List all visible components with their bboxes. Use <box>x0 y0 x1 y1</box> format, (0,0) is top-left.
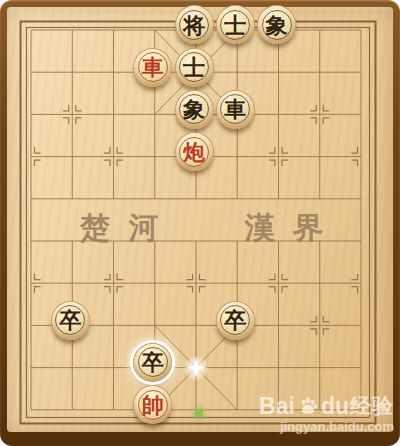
baidu-watermark: Bai du 经验 jingyan.baidu.com <box>259 394 394 434</box>
piece-glyph: 車 <box>224 98 246 120</box>
piece-red-general[interactable]: 帥 <box>133 385 172 424</box>
piece-glyph: 炮 <box>183 141 205 163</box>
board-cell: 将 <box>175 9 216 51</box>
piece-black-advisor[interactable]: 士 <box>175 48 214 87</box>
piece-glyph: 士 <box>183 56 205 78</box>
piece-black-soldier[interactable]: 卒 <box>133 343 172 382</box>
baidu-logo-text-right: du <box>321 394 349 418</box>
piece-black-soldier[interactable]: 卒 <box>216 301 255 340</box>
baidu-jingyan-text: 经验 <box>350 395 394 417</box>
piece-glyph: 卒 <box>224 309 246 331</box>
move-target-sparkle-icon[interactable] <box>182 354 210 382</box>
piece-red-cannon[interactable]: 炮 <box>175 132 214 171</box>
app-window: 楚 河 漢 界 将士象車士象車炮卒卒卒帥 Bai du 经验 jingyan.b… <box>0 0 400 446</box>
board-cell: 卒 <box>217 304 258 346</box>
board-cell: 象 <box>175 93 216 135</box>
board-cell: 士 <box>175 51 216 93</box>
piece-glyph: 士 <box>224 14 246 36</box>
board-cell: 士 <box>217 9 258 51</box>
piece-black-general[interactable]: 将 <box>175 5 214 44</box>
piece-glyph: 卒 <box>59 309 81 331</box>
board-cell: 炮 <box>175 135 216 177</box>
board-cell: 車 <box>217 93 258 135</box>
piece-black-chariot[interactable]: 車 <box>216 90 255 129</box>
piece-black-soldier[interactable]: 卒 <box>51 301 90 340</box>
piece-black-advisor[interactable]: 士 <box>216 5 255 44</box>
piece-glyph: 将 <box>183 14 205 36</box>
watermark-url: jingyan.baidu.com <box>259 420 394 434</box>
last-move-green-dot <box>195 409 203 417</box>
xiangqi-board[interactable]: 楚 河 漢 界 将士象車士象車炮卒卒卒帥 <box>7 7 393 432</box>
piece-glyph: 卒 <box>142 351 164 373</box>
piece-red-chariot[interactable]: 車 <box>133 48 172 87</box>
baidu-paw-icon <box>297 395 319 417</box>
board-cell: 帥 <box>134 389 175 431</box>
board-cell: 象 <box>258 9 299 51</box>
board-cell: 卒 <box>134 346 175 388</box>
piece-black-elephant[interactable]: 象 <box>257 5 296 44</box>
board-cell: 車 <box>134 51 175 93</box>
piece-glyph: 象 <box>266 14 288 36</box>
piece-glyph: 象 <box>183 98 205 120</box>
piece-black-elephant[interactable]: 象 <box>175 90 214 129</box>
piece-glyph: 車 <box>142 56 164 78</box>
board-cell: 卒 <box>52 304 93 346</box>
baidu-logo-text-left: Bai <box>259 394 295 418</box>
baidu-logo: Bai du 经验 <box>259 394 394 418</box>
piece-glyph: 帥 <box>142 394 164 416</box>
